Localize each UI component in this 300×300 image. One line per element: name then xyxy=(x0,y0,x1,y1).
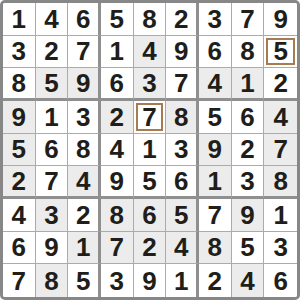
cell-r3c9[interactable]: 2 xyxy=(264,68,297,101)
cell-r1c1[interactable]: 1 xyxy=(3,3,36,36)
cell-r9c7[interactable]: 2 xyxy=(199,264,232,297)
cell-r2c9[interactable]: 5 xyxy=(264,36,297,69)
cell-r1c3[interactable]: 6 xyxy=(68,3,101,36)
cell-r9c3[interactable]: 5 xyxy=(68,264,101,297)
cell-r6c2[interactable]: 7 xyxy=(36,166,69,199)
cell-r7c3[interactable]: 2 xyxy=(68,199,101,232)
cell-r6c8[interactable]: 3 xyxy=(232,166,265,199)
cell-r5c1[interactable]: 5 xyxy=(3,134,36,167)
cell-r4c5[interactable]: 7 xyxy=(134,101,167,134)
cell-r2c3[interactable]: 7 xyxy=(68,36,101,69)
cell-r1c7[interactable]: 3 xyxy=(199,3,232,36)
sudoku-board: 1465823793271496858596374129132785645684… xyxy=(0,0,300,300)
cell-r1c5[interactable]: 8 xyxy=(134,3,167,36)
cell-r9c9[interactable]: 6 xyxy=(264,264,297,297)
cell-r3c4[interactable]: 6 xyxy=(101,68,134,101)
cell-r2c6[interactable]: 9 xyxy=(166,36,199,69)
cell-r8c8[interactable]: 5 xyxy=(232,232,265,265)
cell-r1c6[interactable]: 2 xyxy=(166,3,199,36)
cell-r5c5[interactable]: 1 xyxy=(134,134,167,167)
cell-r9c6[interactable]: 1 xyxy=(166,264,199,297)
cell-r5c4[interactable]: 4 xyxy=(101,134,134,167)
cell-r8c4[interactable]: 7 xyxy=(101,232,134,265)
cell-r8c1[interactable]: 6 xyxy=(3,232,36,265)
cell-r8c6[interactable]: 4 xyxy=(166,232,199,265)
cell-r6c4[interactable]: 9 xyxy=(101,166,134,199)
cell-r3c7[interactable]: 4 xyxy=(199,68,232,101)
cell-r7c7[interactable]: 7 xyxy=(199,199,232,232)
cell-r6c7[interactable]: 1 xyxy=(199,166,232,199)
cell-r9c8[interactable]: 4 xyxy=(232,264,265,297)
cell-r4c3[interactable]: 3 xyxy=(68,101,101,134)
cell-r5c2[interactable]: 6 xyxy=(36,134,69,167)
cell-r2c8[interactable]: 8 xyxy=(232,36,265,69)
cell-r3c5[interactable]: 3 xyxy=(134,68,167,101)
cell-r8c9[interactable]: 3 xyxy=(264,232,297,265)
cell-r5c6[interactable]: 3 xyxy=(166,134,199,167)
cell-r2c2[interactable]: 2 xyxy=(36,36,69,69)
cell-r7c6[interactable]: 5 xyxy=(166,199,199,232)
cell-r7c4[interactable]: 8 xyxy=(101,199,134,232)
cell-r6c9[interactable]: 8 xyxy=(264,166,297,199)
cell-r4c2[interactable]: 1 xyxy=(36,101,69,134)
cell-r7c9[interactable]: 1 xyxy=(264,199,297,232)
cell-r1c8[interactable]: 7 xyxy=(232,3,265,36)
cell-r9c5[interactable]: 9 xyxy=(134,264,167,297)
cell-r5c7[interactable]: 9 xyxy=(199,134,232,167)
cell-r8c5[interactable]: 2 xyxy=(134,232,167,265)
cell-r3c8[interactable]: 1 xyxy=(232,68,265,101)
cell-r1c2[interactable]: 4 xyxy=(36,3,69,36)
cell-r3c2[interactable]: 5 xyxy=(36,68,69,101)
cell-r6c6[interactable]: 6 xyxy=(166,166,199,199)
cell-r2c7[interactable]: 6 xyxy=(199,36,232,69)
cell-r5c3[interactable]: 8 xyxy=(68,134,101,167)
cell-r1c4[interactable]: 5 xyxy=(101,3,134,36)
cell-r8c3[interactable]: 1 xyxy=(68,232,101,265)
cell-r7c2[interactable]: 3 xyxy=(36,199,69,232)
cell-r4c7[interactable]: 5 xyxy=(199,101,232,134)
cell-r4c6[interactable]: 8 xyxy=(166,101,199,134)
cell-r3c1[interactable]: 8 xyxy=(3,68,36,101)
cell-r2c4[interactable]: 1 xyxy=(101,36,134,69)
cell-r9c4[interactable]: 3 xyxy=(101,264,134,297)
cell-r4c9[interactable]: 4 xyxy=(264,101,297,134)
cell-r7c8[interactable]: 9 xyxy=(232,199,265,232)
cell-r8c2[interactable]: 9 xyxy=(36,232,69,265)
cell-r6c3[interactable]: 4 xyxy=(68,166,101,199)
cell-r9c2[interactable]: 8 xyxy=(36,264,69,297)
cell-r7c5[interactable]: 6 xyxy=(134,199,167,232)
cell-r4c8[interactable]: 6 xyxy=(232,101,265,134)
cell-r3c3[interactable]: 9 xyxy=(68,68,101,101)
cell-r4c1[interactable]: 9 xyxy=(3,101,36,134)
cell-r4c4[interactable]: 2 xyxy=(101,101,134,134)
cell-r5c9[interactable]: 7 xyxy=(264,134,297,167)
cell-r9c1[interactable]: 7 xyxy=(3,264,36,297)
cell-r8c7[interactable]: 8 xyxy=(199,232,232,265)
cell-r2c5[interactable]: 4 xyxy=(134,36,167,69)
cell-r5c8[interactable]: 2 xyxy=(232,134,265,167)
cell-r3c6[interactable]: 7 xyxy=(166,68,199,101)
cell-r1c9[interactable]: 9 xyxy=(264,3,297,36)
cell-r6c1[interactable]: 2 xyxy=(3,166,36,199)
cell-r6c5[interactable]: 5 xyxy=(134,166,167,199)
cell-r2c1[interactable]: 3 xyxy=(3,36,36,69)
cell-r7c1[interactable]: 4 xyxy=(3,199,36,232)
